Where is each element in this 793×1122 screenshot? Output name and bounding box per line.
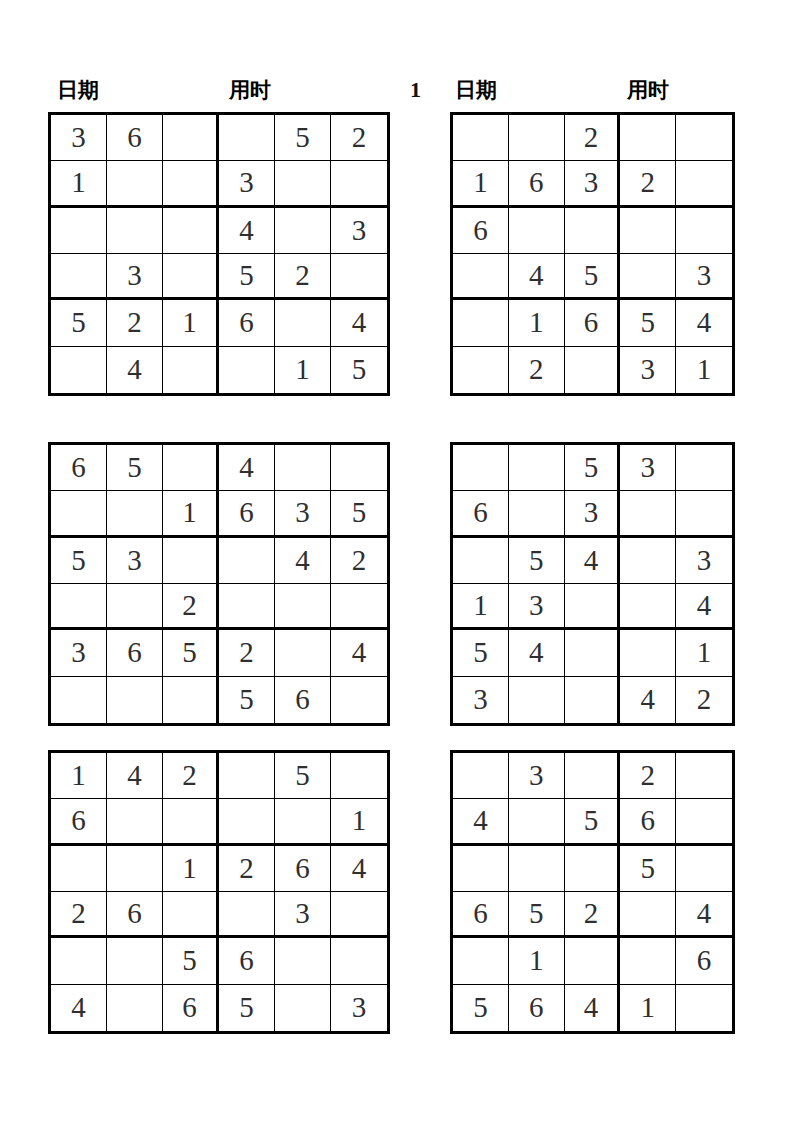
cell-r1c3: 5: [565, 445, 621, 491]
cell-r6c1: 3: [453, 677, 509, 723]
cell-r1c5: [275, 445, 331, 491]
cell-r1c1: 1: [51, 753, 107, 799]
cell-r3c2: [107, 846, 163, 892]
cell-r3c6: 3: [331, 208, 387, 254]
sudoku-grid-top-left: 3652134335252164415: [48, 112, 390, 396]
sudoku-grid-middle-right: 5363543134541342: [450, 442, 735, 726]
cell-r6c2: [509, 677, 565, 723]
cell-r3c3: 4: [565, 538, 621, 584]
cell-r5c5: 6: [676, 938, 732, 984]
cell-r3c3: 1: [163, 846, 219, 892]
cell-r4c1: [453, 254, 509, 300]
cell-r3c6: 4: [331, 846, 387, 892]
cell-r2c4: [219, 799, 275, 845]
cell-r5c3: [565, 630, 621, 676]
cell-r2c5: 3: [275, 491, 331, 537]
cell-r2c5: [676, 491, 732, 537]
time-label-right: 用时: [627, 78, 669, 101]
cell-r6c2: 6: [509, 985, 565, 1031]
cell-r1c2: 4: [107, 753, 163, 799]
cell-r6c1: [453, 347, 509, 393]
cell-r2c5: [275, 161, 331, 207]
cell-r2c2: [107, 161, 163, 207]
sudoku-grid-bottom-right: 3245656524165641: [450, 750, 735, 1034]
cell-r3c4: [219, 538, 275, 584]
cell-r3c2: [509, 846, 565, 892]
cell-r1c2: [509, 115, 565, 161]
cell-r1c3: [163, 445, 219, 491]
cell-r6c4: 1: [620, 985, 676, 1031]
cell-r5c4: 2: [219, 630, 275, 676]
cell-r6c3: 6: [163, 985, 219, 1031]
cell-r4c5: 2: [275, 254, 331, 300]
cell-r6c4: [219, 347, 275, 393]
cell-r4c5: 3: [275, 892, 331, 938]
cell-r2c3: [163, 161, 219, 207]
cell-r6c1: [51, 677, 107, 723]
cell-r5c6: [331, 938, 387, 984]
cell-r3c5: [676, 208, 732, 254]
cell-r6c1: 4: [51, 985, 107, 1031]
cell-r1c6: [331, 445, 387, 491]
cell-r4c4: [620, 254, 676, 300]
cell-r3c5: 6: [275, 846, 331, 892]
cell-r5c6: 4: [331, 300, 387, 346]
cell-r2c2: [107, 799, 163, 845]
cell-r4c4: [219, 584, 275, 630]
cell-r1c2: 6: [107, 115, 163, 161]
cell-r1c4: [219, 753, 275, 799]
cell-r4c5: 4: [676, 584, 732, 630]
cell-r6c5: [275, 985, 331, 1031]
cell-r3c1: [453, 538, 509, 584]
cell-r5c2: 6: [107, 630, 163, 676]
cell-r2c3: [163, 799, 219, 845]
cell-r4c4: [219, 892, 275, 938]
cell-r3c5: 3: [676, 538, 732, 584]
cell-r6c5: 1: [275, 347, 331, 393]
cell-r4c3: 2: [565, 892, 621, 938]
cell-r4c2: 3: [107, 254, 163, 300]
cell-r5c3: 5: [163, 938, 219, 984]
cell-r2c1: 4: [453, 799, 509, 845]
cell-r6c2: 4: [107, 347, 163, 393]
cell-r5c2: [107, 938, 163, 984]
cell-r3c4: 4: [219, 208, 275, 254]
cell-r1c1: 3: [51, 115, 107, 161]
cell-r1c4: [219, 115, 275, 161]
cell-r4c6: [331, 892, 387, 938]
cell-r6c1: [51, 347, 107, 393]
cell-r6c3: [163, 677, 219, 723]
cell-r4c6: [331, 584, 387, 630]
cell-r5c2: 4: [509, 630, 565, 676]
sudoku-grid-bottom-left: 1425611264263564653: [48, 750, 390, 1034]
cell-r2c2: [107, 491, 163, 537]
cell-r1c5: [676, 445, 732, 491]
cell-r1c1: [453, 753, 509, 799]
cell-r5c3: [565, 938, 621, 984]
cell-r6c5: 2: [676, 677, 732, 723]
cell-r6c6: 3: [331, 985, 387, 1031]
cell-r2c4: 2: [620, 161, 676, 207]
cell-r4c2: 3: [509, 584, 565, 630]
cell-r6c5: 1: [676, 347, 732, 393]
cell-r2c4: 6: [620, 799, 676, 845]
cell-r3c2: [509, 208, 565, 254]
cell-r6c4: 5: [219, 985, 275, 1031]
cell-r5c5: [275, 938, 331, 984]
cell-r5c5: [275, 300, 331, 346]
cell-r1c5: 5: [275, 753, 331, 799]
cell-r3c5: [275, 208, 331, 254]
cell-r4c2: [107, 584, 163, 630]
cell-r5c1: 5: [51, 300, 107, 346]
cell-r2c6: 5: [331, 491, 387, 537]
cell-r4c2: 5: [509, 892, 565, 938]
cell-r2c4: 3: [219, 161, 275, 207]
cell-r5c1: [453, 300, 509, 346]
cell-r3c2: [107, 208, 163, 254]
cell-r2c6: 1: [331, 799, 387, 845]
cell-r4c6: [331, 254, 387, 300]
cell-r4c4: 5: [219, 254, 275, 300]
cell-r3c2: 3: [107, 538, 163, 584]
date-label-left: 日期: [57, 78, 99, 101]
cell-r1c3: [163, 115, 219, 161]
page-number: 1: [410, 78, 421, 101]
cell-r6c5: [676, 985, 732, 1031]
cell-r4c5: 3: [676, 254, 732, 300]
cell-r1c1: [453, 445, 509, 491]
cell-r6c5: 6: [275, 677, 331, 723]
cell-r4c3: [163, 254, 219, 300]
cell-r1c1: [453, 115, 509, 161]
cell-r2c2: [509, 491, 565, 537]
sudoku-worksheet-page: 日期 用时 1 日期 用时 3652134335252164415 216326…: [0, 0, 793, 1122]
cell-r4c1: 6: [453, 892, 509, 938]
cell-r2c4: 6: [219, 491, 275, 537]
cell-r4c3: 5: [565, 254, 621, 300]
sudoku-grid-middle-left: 6541635534223652456: [48, 442, 390, 726]
cell-r2c5: [676, 799, 732, 845]
cell-r6c6: 5: [331, 347, 387, 393]
cell-r3c1: 6: [453, 208, 509, 254]
cell-r1c3: 2: [565, 115, 621, 161]
cell-r4c4: [620, 892, 676, 938]
cell-r6c4: 5: [219, 677, 275, 723]
cell-r3c3: [565, 846, 621, 892]
cell-r6c4: 3: [620, 347, 676, 393]
cell-r3c4: 2: [219, 846, 275, 892]
cell-r1c6: 2: [331, 115, 387, 161]
time-label-left: 用时: [229, 78, 271, 101]
cell-r1c2: 3: [509, 753, 565, 799]
cell-r2c5: [676, 161, 732, 207]
cell-r3c1: [453, 846, 509, 892]
cell-r1c5: [676, 115, 732, 161]
cell-r4c5: [275, 584, 331, 630]
cell-r4c2: 4: [509, 254, 565, 300]
cell-r5c1: 5: [453, 630, 509, 676]
cell-r4c5: 4: [676, 892, 732, 938]
cell-r6c3: 4: [565, 985, 621, 1031]
cell-r3c5: 4: [275, 538, 331, 584]
cell-r2c4: [620, 491, 676, 537]
cell-r1c4: [620, 115, 676, 161]
cell-r3c2: 5: [509, 538, 565, 584]
cell-r3c3: [565, 208, 621, 254]
cell-r2c2: [509, 799, 565, 845]
cell-r1c2: 5: [107, 445, 163, 491]
cell-r4c3: [163, 892, 219, 938]
cell-r1c5: [676, 753, 732, 799]
cell-r5c1: [453, 938, 509, 984]
cell-r4c3: [565, 584, 621, 630]
cell-r1c5: 5: [275, 115, 331, 161]
cell-r5c4: 6: [219, 938, 275, 984]
cell-r4c4: [620, 584, 676, 630]
cell-r5c4: [620, 938, 676, 984]
cell-r1c1: 6: [51, 445, 107, 491]
cell-r3c4: [620, 208, 676, 254]
cell-r6c4: 4: [620, 677, 676, 723]
cell-r5c3: 5: [163, 630, 219, 676]
date-label-right: 日期: [455, 78, 497, 101]
cell-r2c1: 1: [51, 161, 107, 207]
cell-r3c3: [163, 208, 219, 254]
cell-r6c2: 2: [509, 347, 565, 393]
cell-r6c3: [565, 677, 621, 723]
cell-r5c1: [51, 938, 107, 984]
cell-r2c1: 6: [51, 799, 107, 845]
cell-r1c4: 3: [620, 445, 676, 491]
cell-r1c4: 2: [620, 753, 676, 799]
cell-r6c3: [163, 347, 219, 393]
cell-r6c6: [331, 677, 387, 723]
cell-r5c2: 2: [107, 300, 163, 346]
cell-r1c2: [509, 445, 565, 491]
cell-r4c1: [51, 584, 107, 630]
cell-r4c1: 1: [453, 584, 509, 630]
cell-r2c6: [331, 161, 387, 207]
cell-r5c3: 6: [565, 300, 621, 346]
cell-r5c4: 5: [620, 300, 676, 346]
cell-r4c1: [51, 254, 107, 300]
cell-r3c1: [51, 846, 107, 892]
cell-r4c3: 2: [163, 584, 219, 630]
cell-r1c3: [565, 753, 621, 799]
cell-r5c1: 3: [51, 630, 107, 676]
cell-r2c3: 3: [565, 491, 621, 537]
cell-r2c1: 1: [453, 161, 509, 207]
cell-r6c3: [565, 347, 621, 393]
cell-r2c1: [51, 491, 107, 537]
cell-r5c2: 1: [509, 300, 565, 346]
cell-r2c3: 1: [163, 491, 219, 537]
cell-r6c2: [107, 985, 163, 1031]
cell-r5c3: 1: [163, 300, 219, 346]
cell-r3c1: [51, 208, 107, 254]
cell-r1c4: 4: [219, 445, 275, 491]
cell-r4c2: 6: [107, 892, 163, 938]
cell-r5c2: 1: [509, 938, 565, 984]
cell-r3c1: 5: [51, 538, 107, 584]
cell-r1c6: [331, 753, 387, 799]
cell-r2c1: 6: [453, 491, 509, 537]
cell-r5c4: 6: [219, 300, 275, 346]
cell-r2c5: [275, 799, 331, 845]
cell-r4c1: 2: [51, 892, 107, 938]
cell-r5c4: [620, 630, 676, 676]
cell-r5c5: 1: [676, 630, 732, 676]
sudoku-grid-top-right: 2163264531654231: [450, 112, 735, 396]
cell-r5c6: 4: [331, 630, 387, 676]
cell-r2c3: 3: [565, 161, 621, 207]
cell-r2c3: 5: [565, 799, 621, 845]
cell-r3c4: [620, 538, 676, 584]
cell-r6c1: 5: [453, 985, 509, 1031]
cell-r5c5: [275, 630, 331, 676]
cell-r1c3: 2: [163, 753, 219, 799]
cell-r5c5: 4: [676, 300, 732, 346]
cell-r3c6: 2: [331, 538, 387, 584]
cell-r2c2: 6: [509, 161, 565, 207]
cell-r3c5: [676, 846, 732, 892]
cell-r3c4: 5: [620, 846, 676, 892]
cell-r3c3: [163, 538, 219, 584]
cell-r6c2: [107, 677, 163, 723]
